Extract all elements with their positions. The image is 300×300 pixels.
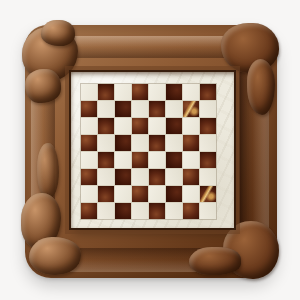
square-f6	[166, 118, 182, 134]
square-a6	[81, 118, 97, 134]
square-f4	[166, 152, 182, 168]
product-photo	[0, 0, 300, 300]
square-d5	[132, 135, 148, 151]
square-c6	[115, 118, 131, 134]
frame-fold-bottom-right-wave	[189, 247, 241, 275]
square-c8	[115, 84, 131, 100]
square-h1	[200, 203, 216, 219]
square-f8	[166, 84, 182, 100]
square-d7	[132, 101, 148, 117]
square-f1	[166, 203, 182, 219]
square-f5	[166, 135, 182, 151]
square-h3	[200, 169, 216, 185]
square-d8	[132, 84, 148, 100]
frame-fold-left-middle	[37, 143, 59, 199]
square-b7	[98, 101, 114, 117]
square-h8	[200, 84, 216, 100]
square-e8	[149, 84, 165, 100]
square-e5	[149, 135, 165, 151]
square-g3	[183, 169, 199, 185]
square-e6	[149, 118, 165, 134]
square-a7	[81, 101, 97, 117]
square-d2	[132, 186, 148, 202]
square-g7	[183, 101, 199, 117]
square-g5	[183, 135, 199, 151]
square-g6	[183, 118, 199, 134]
square-e2	[149, 186, 165, 202]
chess-board	[71, 72, 234, 228]
frame-fold-top-left-small	[41, 20, 75, 46]
square-h2	[200, 186, 216, 202]
board-grid	[81, 84, 216, 219]
square-c7	[115, 101, 131, 117]
square-g8	[183, 84, 199, 100]
square-c5	[115, 135, 131, 151]
square-c4	[115, 152, 131, 168]
square-f2	[166, 186, 182, 202]
square-g2	[183, 186, 199, 202]
square-b2	[98, 186, 114, 202]
square-a8	[81, 84, 97, 100]
frame-rim-top	[55, 36, 249, 58]
square-b4	[98, 152, 114, 168]
square-h4	[200, 152, 216, 168]
frame-fold-top-right-roll	[247, 59, 275, 115]
square-h7	[200, 101, 216, 117]
square-f3	[166, 169, 182, 185]
square-c1	[115, 203, 131, 219]
square-d4	[132, 152, 148, 168]
square-a3	[81, 169, 97, 185]
frame-fold-top-left-lower	[25, 69, 61, 103]
square-b5	[98, 135, 114, 151]
square-b8	[98, 84, 114, 100]
leather-frame	[25, 25, 277, 278]
square-b6	[98, 118, 114, 134]
square-e1	[149, 203, 165, 219]
square-f7	[166, 101, 182, 117]
square-a5	[81, 135, 97, 151]
square-d3	[132, 169, 148, 185]
square-a1	[81, 203, 97, 219]
square-g4	[183, 152, 199, 168]
square-b3	[98, 169, 114, 185]
square-a4	[81, 152, 97, 168]
square-c2	[115, 186, 131, 202]
square-e3	[149, 169, 165, 185]
square-h6	[200, 118, 216, 134]
square-c3	[115, 169, 131, 185]
square-h5	[200, 135, 216, 151]
square-g1	[183, 203, 199, 219]
square-d6	[132, 118, 148, 134]
square-e4	[149, 152, 165, 168]
square-b1	[98, 203, 114, 219]
square-e7	[149, 101, 165, 117]
frame-fold-bottom-left-wave	[29, 237, 81, 275]
square-a2	[81, 186, 97, 202]
square-d1	[132, 203, 148, 219]
